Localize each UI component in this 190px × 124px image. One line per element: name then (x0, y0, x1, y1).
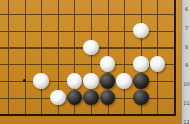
board-intersection[interactable] (49, 39, 66, 56)
board-intersection[interactable] (149, 56, 166, 73)
board-intersection[interactable] (116, 6, 133, 23)
board-intersection[interactable] (49, 56, 66, 73)
board-intersection[interactable] (66, 73, 83, 90)
white-stone (116, 73, 132, 89)
board-intersection[interactable] (132, 6, 149, 23)
board-intersection[interactable] (16, 89, 33, 106)
white-stone (100, 56, 116, 72)
board-intersection[interactable] (132, 39, 149, 56)
board-intersection[interactable] (0, 6, 16, 23)
star-point (23, 79, 26, 82)
board-intersection[interactable] (83, 39, 100, 56)
white-stone (83, 40, 99, 56)
white-stone (133, 56, 149, 72)
board-intersection[interactable] (49, 73, 66, 90)
board-intersection[interactable] (166, 106, 183, 123)
board-intersection[interactable] (16, 22, 33, 39)
go-board-view: 6789101112 (0, 0, 190, 124)
row-label: 6 (182, 6, 190, 12)
board-intersection[interactable] (33, 39, 50, 56)
board-intersection[interactable] (33, 89, 50, 106)
black-stone (133, 73, 149, 89)
board-intersection[interactable] (116, 89, 133, 106)
board-intersection[interactable] (33, 6, 50, 23)
board-intersection[interactable] (66, 22, 83, 39)
board-intersection[interactable] (16, 106, 33, 123)
board-intersection[interactable] (116, 22, 133, 39)
board-intersection[interactable] (166, 89, 183, 106)
board-intersection[interactable] (99, 73, 116, 90)
board-intersection[interactable] (33, 22, 50, 39)
board-intersection[interactable] (149, 6, 166, 23)
board-intersection[interactable] (132, 73, 149, 90)
board-intersection[interactable] (166, 6, 183, 23)
board-intersection[interactable] (149, 73, 166, 90)
board-intersection[interactable] (166, 73, 183, 90)
board-intersection[interactable] (66, 56, 83, 73)
board-intersection[interactable] (149, 106, 166, 123)
black-stone (100, 73, 116, 89)
board-intersection[interactable] (16, 6, 33, 23)
go-board[interactable] (0, 6, 182, 123)
row-label: 11 (182, 100, 190, 106)
board-intersection[interactable] (0, 89, 16, 106)
board-intersection[interactable] (166, 22, 183, 39)
board-intersection[interactable] (83, 56, 100, 73)
board-intersection[interactable] (99, 39, 116, 56)
black-stone (83, 90, 99, 106)
white-stone (50, 90, 66, 106)
row-label: 10 (182, 81, 190, 87)
board-intersection[interactable] (66, 39, 83, 56)
board-intersection[interactable] (149, 89, 166, 106)
white-stone (83, 73, 99, 89)
row-label: 12 (182, 119, 190, 124)
board-intersection[interactable] (116, 73, 133, 90)
board-intersection[interactable] (83, 6, 100, 23)
board-intersection[interactable] (132, 106, 149, 123)
board-intersection[interactable] (16, 39, 33, 56)
black-stone (100, 90, 116, 106)
board-intersection[interactable] (49, 89, 66, 106)
board-intersection[interactable] (0, 73, 16, 90)
board-intersection[interactable] (149, 39, 166, 56)
board-intersection[interactable] (33, 56, 50, 73)
board-intersection[interactable] (132, 22, 149, 39)
row-label: 9 (182, 62, 190, 68)
black-stone (133, 90, 149, 106)
board-intersection[interactable] (99, 89, 116, 106)
board-intersection[interactable] (116, 106, 133, 123)
board-intersection[interactable] (49, 106, 66, 123)
board-intersection[interactable] (166, 39, 183, 56)
board-intersection[interactable] (83, 106, 100, 123)
board-intersection[interactable] (166, 56, 183, 73)
board-intersection[interactable] (83, 73, 100, 90)
board-intersection[interactable] (132, 56, 149, 73)
white-stone (133, 23, 149, 39)
board-intersection[interactable] (16, 56, 33, 73)
coordinate-strip: 6789101112 (181, 0, 190, 124)
board-intersection[interactable] (66, 106, 83, 123)
board-intersection[interactable] (0, 56, 16, 73)
board-intersection[interactable] (66, 89, 83, 106)
white-stone (150, 56, 166, 72)
board-intersection[interactable] (149, 22, 166, 39)
board-intersection[interactable] (33, 73, 50, 90)
board-intersection[interactable] (49, 22, 66, 39)
board-intersection[interactable] (83, 22, 100, 39)
board-intersection[interactable] (99, 6, 116, 23)
board-intersection[interactable] (99, 22, 116, 39)
row-label: 7 (182, 25, 190, 31)
board-intersection[interactable] (66, 6, 83, 23)
black-stone (67, 90, 83, 106)
board-intersection[interactable] (33, 106, 50, 123)
board-intersection[interactable] (99, 106, 116, 123)
board-intersection[interactable] (116, 56, 133, 73)
board-intersection[interactable] (16, 73, 33, 90)
board-intersection[interactable] (0, 39, 16, 56)
white-stone (33, 73, 49, 89)
board-intersection[interactable] (116, 39, 133, 56)
row-label: 8 (182, 44, 190, 50)
white-stone (67, 73, 83, 89)
board-intersection[interactable] (0, 106, 16, 123)
board-intersection[interactable] (0, 22, 16, 39)
board-intersection[interactable] (83, 89, 100, 106)
board-intersection[interactable] (49, 6, 66, 23)
board-intersection[interactable] (132, 89, 149, 106)
board-intersection[interactable] (99, 56, 116, 73)
